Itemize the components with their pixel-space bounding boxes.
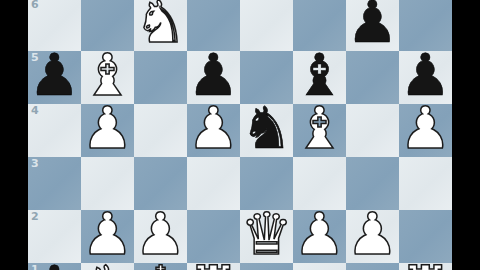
white-rook-h1[interactable]: ♜ [400,261,452,270]
square-g1[interactable] [346,263,399,270]
square-a5[interactable]: 5♟ [28,51,81,104]
square-d4[interactable]: ♟ [187,104,240,157]
square-a4[interactable]: 4 [28,104,81,157]
square-c6[interactable]: ♞ [134,0,187,51]
white-pawn-f2[interactable]: ♟ [294,208,346,261]
square-h4[interactable]: ♟ [399,104,452,157]
screenshot-frame: 6♞♟5♟♝♟♝♟4♟♟♞♝♟32♟♟♛♟♟1♝♞♚♜♜ [0,0,480,270]
square-g2[interactable]: ♟ [346,210,399,263]
white-pawn-h4[interactable]: ♟ [400,102,452,155]
white-pawn-d4[interactable]: ♟ [188,102,240,155]
square-b4[interactable]: ♟ [81,104,134,157]
rank-label-3: 3 [31,158,39,169]
square-g4[interactable] [346,104,399,157]
square-h1[interactable]: ♜ [399,263,452,270]
white-pawn-g2[interactable]: ♟ [347,208,399,261]
square-e4[interactable]: ♞ [240,104,293,157]
letterbox-right [452,0,480,270]
square-c4[interactable] [134,104,187,157]
white-pawn-b4[interactable]: ♟ [82,102,134,155]
black-bishop-a1[interactable]: ♝ [29,261,81,270]
square-e1[interactable] [240,263,293,270]
square-e2[interactable]: ♛ [240,210,293,263]
black-knight-e4[interactable]: ♞ [241,102,293,155]
square-f4[interactable]: ♝ [293,104,346,157]
square-f1[interactable] [293,263,346,270]
square-h3[interactable] [399,157,452,210]
white-knight-b1[interactable]: ♞ [82,261,134,270]
chess-board[interactable]: 6♞♟5♟♝♟♝♟4♟♟♞♝♟32♟♟♛♟♟1♝♞♚♜♜ [28,0,452,270]
rank-label-4: 4 [31,105,39,116]
square-c1[interactable]: ♚ [134,263,187,270]
square-b1[interactable]: ♞ [81,263,134,270]
square-d1[interactable]: ♜ [187,263,240,270]
white-king-c1[interactable]: ♚ [135,261,187,270]
square-e6[interactable] [240,0,293,51]
square-f2[interactable]: ♟ [293,210,346,263]
black-pawn-a5[interactable]: ♟ [29,49,81,102]
square-c5[interactable] [134,51,187,104]
square-d3[interactable] [187,157,240,210]
white-knight-c6[interactable]: ♞ [135,0,187,49]
square-g6[interactable]: ♟ [346,0,399,51]
square-a3[interactable]: 3 [28,157,81,210]
square-g5[interactable] [346,51,399,104]
rank-label-2: 2 [31,211,39,222]
black-pawn-g6[interactable]: ♟ [347,0,399,49]
square-a1[interactable]: 1♝ [28,263,81,270]
rank-label-6: 6 [31,0,39,10]
white-bishop-f4[interactable]: ♝ [294,102,346,155]
white-queen-e2[interactable]: ♛ [241,208,293,261]
white-rook-d1[interactable]: ♜ [188,261,240,270]
letterbox-left [0,0,28,270]
